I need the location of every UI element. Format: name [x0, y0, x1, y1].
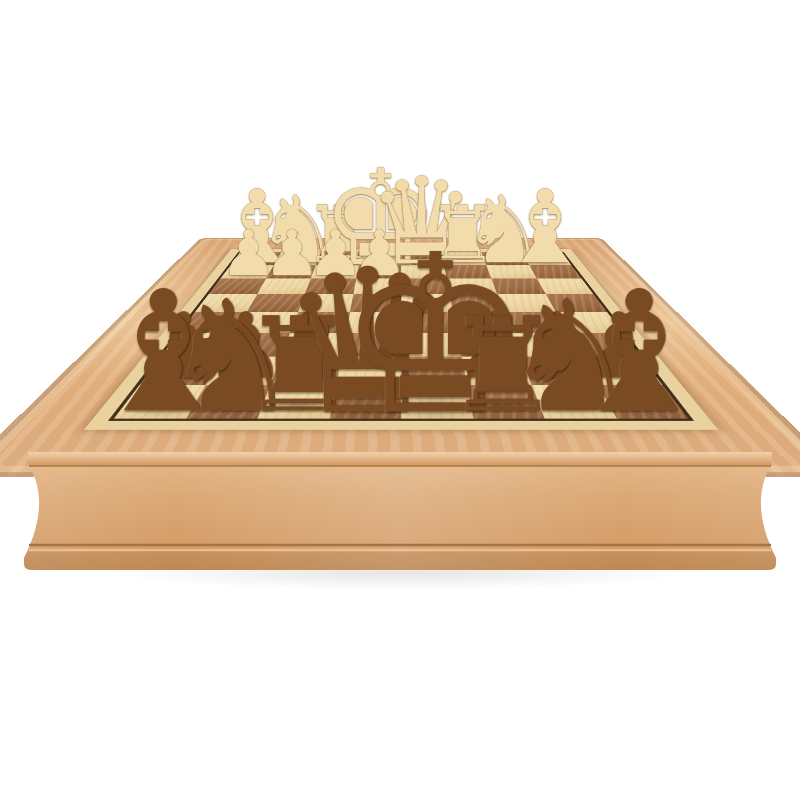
product-photo-scene: ♝♞♜♚♛♜♞♝♟♟♟♟♟♟♟♟♟♟♝♞♜♛♚♜♞♝: [0, 0, 800, 800]
box-front-face: [20, 446, 780, 578]
pieces-layer: ♝♞♜♚♛♜♞♝♟♟♟♟♟♟♟♟♟♟♝♞♜♛♚♜♞♝: [0, 0, 800, 800]
box-top-bead: [28, 452, 772, 465]
box-bottom-shade: [24, 552, 776, 570]
piece-dark-bishop[interactable]: ♝: [564, 269, 714, 436]
